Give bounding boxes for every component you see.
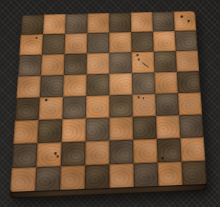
square-e6 [109,52,132,73]
wood-knot [142,98,144,100]
square-a2 [12,143,38,168]
square-f4 [132,94,156,117]
square-g5 [154,72,178,94]
square-a4 [15,97,40,120]
chessboard [10,11,208,199]
wood-knot [180,15,183,18]
square-d6 [87,53,110,75]
square-b7 [42,34,65,55]
square-c6 [64,53,87,75]
square-h4 [178,92,202,115]
square-b5 [40,75,64,97]
wood-knot [137,59,139,61]
square-g8 [152,11,174,31]
square-h1 [182,161,207,186]
square-f6 [132,52,155,73]
square-h7 [175,30,198,51]
square-h8 [174,11,197,31]
square-c5 [63,74,87,96]
square-f1 [134,163,159,188]
square-c3 [62,118,86,142]
square-e2 [109,140,133,165]
square-a7 [19,34,43,55]
square-d4 [86,95,109,118]
square-g2 [157,138,182,162]
square-g6 [154,51,177,72]
square-f3 [133,116,157,140]
square-f5 [132,72,155,94]
wood-knot [57,155,59,157]
square-d1 [85,164,110,190]
square-f2 [133,139,157,164]
wood-knot [136,54,139,56]
square-d2 [85,141,109,166]
square-f8 [131,12,153,32]
square-d7 [87,33,109,54]
square-c1 [60,165,85,191]
square-c7 [64,33,87,54]
square-h3 [179,114,204,138]
square-g7 [153,31,176,52]
square-d8 [87,13,109,33]
square-b3 [38,119,63,143]
square-a1 [10,167,36,193]
wood-knot [35,36,38,38]
square-a3 [13,120,38,144]
square-c4 [62,96,86,119]
wood-scratch [141,61,151,68]
square-b8 [43,14,66,34]
fabric-background [0,0,220,207]
square-g1 [158,162,183,187]
square-a5 [16,76,40,98]
board-surface [10,11,207,193]
square-b1 [35,166,61,192]
wood-knot [45,99,48,102]
square-g4 [155,93,179,116]
square-a8 [21,14,44,34]
square-h2 [180,137,205,161]
square-g3 [156,115,180,139]
square-c2 [61,141,86,166]
square-c8 [65,13,87,33]
square-b4 [39,97,63,120]
square-e3 [109,117,133,141]
square-f7 [131,32,154,53]
square-d3 [86,118,110,142]
square-a6 [18,55,42,77]
square-b6 [41,54,65,76]
square-d5 [86,74,109,96]
square-e7 [109,32,131,53]
wood-knot [138,96,140,98]
square-b2 [36,142,61,167]
square-e1 [109,163,134,189]
square-h6 [176,50,199,71]
wood-knot [187,20,190,22]
wood-knot [161,157,164,160]
square-e5 [109,73,132,95]
square-e8 [109,12,131,32]
square-e4 [109,95,132,118]
square-h5 [177,71,201,93]
